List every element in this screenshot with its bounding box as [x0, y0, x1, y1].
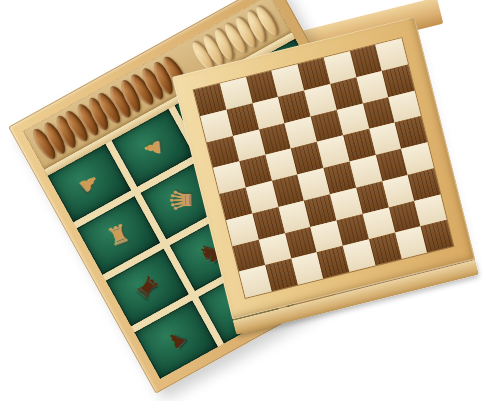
stored-light-pawn: ♟: [142, 138, 163, 158]
square-r8c8: [421, 220, 453, 252]
product-photo-scene: ♟♟♞♜♛♝♜♞♝♟♟♚: [0, 0, 500, 401]
stored-light-pawn: ♟: [76, 170, 103, 197]
stored-dark-pawn: ♟: [163, 327, 189, 352]
stored-dark-rook: ♜: [131, 272, 163, 304]
stored-light-queen: ♛: [167, 187, 195, 213]
chessboard: [193, 37, 455, 299]
stored-light-rook: ♜: [104, 220, 133, 250]
